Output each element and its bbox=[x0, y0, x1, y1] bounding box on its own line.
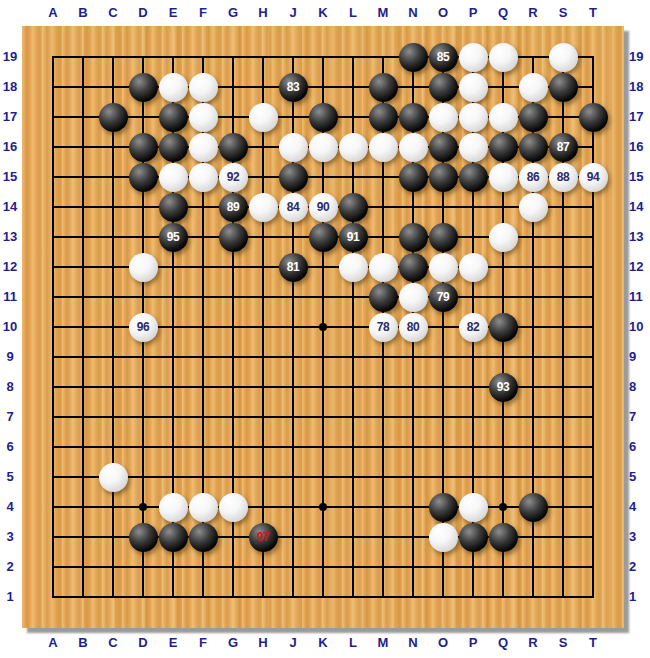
point-G12[interactable] bbox=[218, 252, 248, 282]
point-B11[interactable] bbox=[68, 282, 98, 312]
point-O3[interactable] bbox=[428, 522, 458, 552]
point-N4[interactable] bbox=[398, 492, 428, 522]
point-N9[interactable] bbox=[398, 342, 428, 372]
point-Q18[interactable] bbox=[488, 72, 518, 102]
point-N17[interactable] bbox=[398, 102, 428, 132]
point-C6[interactable] bbox=[98, 432, 128, 462]
point-D3[interactable] bbox=[128, 522, 158, 552]
point-F16[interactable] bbox=[188, 132, 218, 162]
point-B6[interactable] bbox=[68, 432, 98, 462]
point-F5[interactable] bbox=[188, 462, 218, 492]
point-S10[interactable] bbox=[548, 312, 578, 342]
point-P4[interactable] bbox=[458, 492, 488, 522]
point-P15[interactable] bbox=[458, 162, 488, 192]
point-H11[interactable] bbox=[248, 282, 278, 312]
point-R15[interactable]: 86 bbox=[518, 162, 548, 192]
point-M10[interactable]: 78 bbox=[368, 312, 398, 342]
point-Q14[interactable] bbox=[488, 192, 518, 222]
point-S9[interactable] bbox=[548, 342, 578, 372]
point-L11[interactable] bbox=[338, 282, 368, 312]
point-F2[interactable] bbox=[188, 552, 218, 582]
point-G5[interactable] bbox=[218, 462, 248, 492]
point-E13[interactable]: 95 bbox=[158, 222, 188, 252]
point-K14[interactable]: 90 bbox=[308, 192, 338, 222]
point-L12[interactable] bbox=[338, 252, 368, 282]
point-R14[interactable] bbox=[518, 192, 548, 222]
point-K3[interactable] bbox=[308, 522, 338, 552]
point-G6[interactable] bbox=[218, 432, 248, 462]
point-K2[interactable] bbox=[308, 552, 338, 582]
point-J9[interactable] bbox=[278, 342, 308, 372]
point-S11[interactable] bbox=[548, 282, 578, 312]
point-T14[interactable] bbox=[578, 192, 608, 222]
point-A17[interactable] bbox=[38, 102, 68, 132]
point-E6[interactable] bbox=[158, 432, 188, 462]
point-Q3[interactable] bbox=[488, 522, 518, 552]
point-C10[interactable] bbox=[98, 312, 128, 342]
point-D12[interactable] bbox=[128, 252, 158, 282]
point-C1[interactable] bbox=[98, 582, 128, 612]
point-L3[interactable] bbox=[338, 522, 368, 552]
point-A18[interactable] bbox=[38, 72, 68, 102]
point-H7[interactable] bbox=[248, 402, 278, 432]
point-M7[interactable] bbox=[368, 402, 398, 432]
point-R8[interactable] bbox=[518, 372, 548, 402]
point-E10[interactable] bbox=[158, 312, 188, 342]
point-L13[interactable]: 91 bbox=[338, 222, 368, 252]
point-E14[interactable] bbox=[158, 192, 188, 222]
point-O10[interactable] bbox=[428, 312, 458, 342]
point-N8[interactable] bbox=[398, 372, 428, 402]
point-E12[interactable] bbox=[158, 252, 188, 282]
point-L6[interactable] bbox=[338, 432, 368, 462]
point-R11[interactable] bbox=[518, 282, 548, 312]
point-D14[interactable] bbox=[128, 192, 158, 222]
point-T11[interactable] bbox=[578, 282, 608, 312]
point-T1[interactable] bbox=[578, 582, 608, 612]
point-L17[interactable] bbox=[338, 102, 368, 132]
point-K7[interactable] bbox=[308, 402, 338, 432]
point-L5[interactable] bbox=[338, 462, 368, 492]
point-O19[interactable]: 85 bbox=[428, 42, 458, 72]
point-R13[interactable] bbox=[518, 222, 548, 252]
point-D17[interactable] bbox=[128, 102, 158, 132]
point-B13[interactable] bbox=[68, 222, 98, 252]
point-N5[interactable] bbox=[398, 462, 428, 492]
point-A11[interactable] bbox=[38, 282, 68, 312]
point-J7[interactable] bbox=[278, 402, 308, 432]
point-C15[interactable] bbox=[98, 162, 128, 192]
point-P19[interactable] bbox=[458, 42, 488, 72]
point-K8[interactable] bbox=[308, 372, 338, 402]
point-L2[interactable] bbox=[338, 552, 368, 582]
point-F6[interactable] bbox=[188, 432, 218, 462]
point-O8[interactable] bbox=[428, 372, 458, 402]
point-D15[interactable] bbox=[128, 162, 158, 192]
point-Q9[interactable] bbox=[488, 342, 518, 372]
point-M11[interactable] bbox=[368, 282, 398, 312]
point-K18[interactable] bbox=[308, 72, 338, 102]
point-S3[interactable] bbox=[548, 522, 578, 552]
point-T18[interactable] bbox=[578, 72, 608, 102]
point-Q10[interactable] bbox=[488, 312, 518, 342]
point-N18[interactable] bbox=[398, 72, 428, 102]
point-T13[interactable] bbox=[578, 222, 608, 252]
point-A14[interactable] bbox=[38, 192, 68, 222]
point-B17[interactable] bbox=[68, 102, 98, 132]
point-B10[interactable] bbox=[68, 312, 98, 342]
point-N14[interactable] bbox=[398, 192, 428, 222]
point-D9[interactable] bbox=[128, 342, 158, 372]
point-A5[interactable] bbox=[38, 462, 68, 492]
point-G2[interactable] bbox=[218, 552, 248, 582]
point-N10[interactable]: 80 bbox=[398, 312, 428, 342]
point-P13[interactable] bbox=[458, 222, 488, 252]
point-J2[interactable] bbox=[278, 552, 308, 582]
point-O12[interactable] bbox=[428, 252, 458, 282]
point-J10[interactable] bbox=[278, 312, 308, 342]
point-Q8[interactable]: 93 bbox=[488, 372, 518, 402]
point-A6[interactable] bbox=[38, 432, 68, 462]
point-E11[interactable] bbox=[158, 282, 188, 312]
point-L18[interactable] bbox=[338, 72, 368, 102]
point-Q15[interactable] bbox=[488, 162, 518, 192]
point-F8[interactable] bbox=[188, 372, 218, 402]
point-F11[interactable] bbox=[188, 282, 218, 312]
point-S18[interactable] bbox=[548, 72, 578, 102]
point-S8[interactable] bbox=[548, 372, 578, 402]
point-S4[interactable] bbox=[548, 492, 578, 522]
point-K15[interactable] bbox=[308, 162, 338, 192]
point-L9[interactable] bbox=[338, 342, 368, 372]
point-O16[interactable] bbox=[428, 132, 458, 162]
point-J12[interactable]: 81 bbox=[278, 252, 308, 282]
point-E19[interactable] bbox=[158, 42, 188, 72]
point-M3[interactable] bbox=[368, 522, 398, 552]
point-P14[interactable] bbox=[458, 192, 488, 222]
point-R10[interactable] bbox=[518, 312, 548, 342]
point-G3[interactable] bbox=[218, 522, 248, 552]
point-M13[interactable] bbox=[368, 222, 398, 252]
point-N1[interactable] bbox=[398, 582, 428, 612]
point-E9[interactable] bbox=[158, 342, 188, 372]
point-M5[interactable] bbox=[368, 462, 398, 492]
point-L8[interactable] bbox=[338, 372, 368, 402]
point-B7[interactable] bbox=[68, 402, 98, 432]
point-C19[interactable] bbox=[98, 42, 128, 72]
point-G17[interactable] bbox=[218, 102, 248, 132]
point-D2[interactable] bbox=[128, 552, 158, 582]
point-C2[interactable] bbox=[98, 552, 128, 582]
point-M17[interactable] bbox=[368, 102, 398, 132]
point-H9[interactable] bbox=[248, 342, 278, 372]
point-H2[interactable] bbox=[248, 552, 278, 582]
point-E17[interactable] bbox=[158, 102, 188, 132]
point-C5[interactable] bbox=[98, 462, 128, 492]
point-K9[interactable] bbox=[308, 342, 338, 372]
point-P9[interactable] bbox=[458, 342, 488, 372]
point-P8[interactable] bbox=[458, 372, 488, 402]
point-J8[interactable] bbox=[278, 372, 308, 402]
point-N11[interactable] bbox=[398, 282, 428, 312]
point-F3[interactable] bbox=[188, 522, 218, 552]
point-O15[interactable] bbox=[428, 162, 458, 192]
point-L10[interactable] bbox=[338, 312, 368, 342]
point-N19[interactable] bbox=[398, 42, 428, 72]
point-F17[interactable] bbox=[188, 102, 218, 132]
point-S12[interactable] bbox=[548, 252, 578, 282]
point-N12[interactable] bbox=[398, 252, 428, 282]
point-E15[interactable] bbox=[158, 162, 188, 192]
point-C16[interactable] bbox=[98, 132, 128, 162]
point-D19[interactable] bbox=[128, 42, 158, 72]
point-H17[interactable] bbox=[248, 102, 278, 132]
point-J5[interactable] bbox=[278, 462, 308, 492]
point-H13[interactable] bbox=[248, 222, 278, 252]
point-A12[interactable] bbox=[38, 252, 68, 282]
point-A7[interactable] bbox=[38, 402, 68, 432]
point-S19[interactable] bbox=[548, 42, 578, 72]
point-C17[interactable] bbox=[98, 102, 128, 132]
point-B19[interactable] bbox=[68, 42, 98, 72]
point-T16[interactable] bbox=[578, 132, 608, 162]
point-L14[interactable] bbox=[338, 192, 368, 222]
point-G7[interactable] bbox=[218, 402, 248, 432]
point-D7[interactable] bbox=[128, 402, 158, 432]
point-C18[interactable] bbox=[98, 72, 128, 102]
point-K1[interactable] bbox=[308, 582, 338, 612]
point-T6[interactable] bbox=[578, 432, 608, 462]
point-S17[interactable] bbox=[548, 102, 578, 132]
point-G18[interactable] bbox=[218, 72, 248, 102]
point-R16[interactable] bbox=[518, 132, 548, 162]
point-F15[interactable] bbox=[188, 162, 218, 192]
point-K5[interactable] bbox=[308, 462, 338, 492]
point-K10[interactable] bbox=[308, 312, 338, 342]
point-B9[interactable] bbox=[68, 342, 98, 372]
point-R3[interactable] bbox=[518, 522, 548, 552]
point-L4[interactable] bbox=[338, 492, 368, 522]
point-D16[interactable] bbox=[128, 132, 158, 162]
point-D11[interactable] bbox=[128, 282, 158, 312]
point-A10[interactable] bbox=[38, 312, 68, 342]
point-B8[interactable] bbox=[68, 372, 98, 402]
point-J14[interactable]: 84 bbox=[278, 192, 308, 222]
point-M6[interactable] bbox=[368, 432, 398, 462]
point-K17[interactable] bbox=[308, 102, 338, 132]
point-P1[interactable] bbox=[458, 582, 488, 612]
point-M14[interactable] bbox=[368, 192, 398, 222]
point-G14[interactable]: 89 bbox=[218, 192, 248, 222]
point-B2[interactable] bbox=[68, 552, 98, 582]
point-M19[interactable] bbox=[368, 42, 398, 72]
point-G10[interactable] bbox=[218, 312, 248, 342]
point-Q7[interactable] bbox=[488, 402, 518, 432]
point-A8[interactable] bbox=[38, 372, 68, 402]
point-Q12[interactable] bbox=[488, 252, 518, 282]
point-S5[interactable] bbox=[548, 462, 578, 492]
point-T15[interactable]: 94 bbox=[578, 162, 608, 192]
point-N6[interactable] bbox=[398, 432, 428, 462]
point-H5[interactable] bbox=[248, 462, 278, 492]
point-R12[interactable] bbox=[518, 252, 548, 282]
point-G1[interactable] bbox=[218, 582, 248, 612]
point-E3[interactable] bbox=[158, 522, 188, 552]
point-G13[interactable] bbox=[218, 222, 248, 252]
point-P17[interactable] bbox=[458, 102, 488, 132]
point-Q19[interactable] bbox=[488, 42, 518, 72]
point-P6[interactable] bbox=[458, 432, 488, 462]
point-L15[interactable] bbox=[338, 162, 368, 192]
point-Q1[interactable] bbox=[488, 582, 518, 612]
point-H19[interactable] bbox=[248, 42, 278, 72]
point-R4[interactable] bbox=[518, 492, 548, 522]
point-Q4[interactable] bbox=[488, 492, 518, 522]
point-T19[interactable] bbox=[578, 42, 608, 72]
point-F7[interactable] bbox=[188, 402, 218, 432]
point-B14[interactable] bbox=[68, 192, 98, 222]
point-N13[interactable] bbox=[398, 222, 428, 252]
point-C3[interactable] bbox=[98, 522, 128, 552]
point-O13[interactable] bbox=[428, 222, 458, 252]
point-B15[interactable] bbox=[68, 162, 98, 192]
point-S6[interactable] bbox=[548, 432, 578, 462]
point-Q2[interactable] bbox=[488, 552, 518, 582]
point-Q13[interactable] bbox=[488, 222, 518, 252]
point-A15[interactable] bbox=[38, 162, 68, 192]
point-J19[interactable] bbox=[278, 42, 308, 72]
point-F9[interactable] bbox=[188, 342, 218, 372]
point-O2[interactable] bbox=[428, 552, 458, 582]
point-S15[interactable]: 88 bbox=[548, 162, 578, 192]
point-J18[interactable]: 83 bbox=[278, 72, 308, 102]
point-M8[interactable] bbox=[368, 372, 398, 402]
point-K16[interactable] bbox=[308, 132, 338, 162]
point-R17[interactable] bbox=[518, 102, 548, 132]
point-O11[interactable]: 79 bbox=[428, 282, 458, 312]
point-P2[interactable] bbox=[458, 552, 488, 582]
point-A1[interactable] bbox=[38, 582, 68, 612]
point-F18[interactable] bbox=[188, 72, 218, 102]
point-C12[interactable] bbox=[98, 252, 128, 282]
point-F12[interactable] bbox=[188, 252, 218, 282]
point-S14[interactable] bbox=[548, 192, 578, 222]
point-D5[interactable] bbox=[128, 462, 158, 492]
point-H8[interactable] bbox=[248, 372, 278, 402]
point-K19[interactable] bbox=[308, 42, 338, 72]
point-K11[interactable] bbox=[308, 282, 338, 312]
point-E18[interactable] bbox=[158, 72, 188, 102]
point-K13[interactable] bbox=[308, 222, 338, 252]
point-J3[interactable] bbox=[278, 522, 308, 552]
point-H14[interactable] bbox=[248, 192, 278, 222]
point-S7[interactable] bbox=[548, 402, 578, 432]
point-N2[interactable] bbox=[398, 552, 428, 582]
point-S13[interactable] bbox=[548, 222, 578, 252]
point-M12[interactable] bbox=[368, 252, 398, 282]
point-Q17[interactable] bbox=[488, 102, 518, 132]
point-M2[interactable] bbox=[368, 552, 398, 582]
point-S2[interactable] bbox=[548, 552, 578, 582]
point-M4[interactable] bbox=[368, 492, 398, 522]
point-R2[interactable] bbox=[518, 552, 548, 582]
point-R7[interactable] bbox=[518, 402, 548, 432]
point-Q5[interactable] bbox=[488, 462, 518, 492]
point-O9[interactable] bbox=[428, 342, 458, 372]
point-J13[interactable] bbox=[278, 222, 308, 252]
point-R5[interactable] bbox=[518, 462, 548, 492]
point-N7[interactable] bbox=[398, 402, 428, 432]
point-D4[interactable] bbox=[128, 492, 158, 522]
point-O18[interactable] bbox=[428, 72, 458, 102]
point-F4[interactable] bbox=[188, 492, 218, 522]
point-T3[interactable] bbox=[578, 522, 608, 552]
point-A4[interactable] bbox=[38, 492, 68, 522]
point-H18[interactable] bbox=[248, 72, 278, 102]
point-B3[interactable] bbox=[68, 522, 98, 552]
point-E8[interactable] bbox=[158, 372, 188, 402]
point-S16[interactable]: 87 bbox=[548, 132, 578, 162]
point-L7[interactable] bbox=[338, 402, 368, 432]
point-N16[interactable] bbox=[398, 132, 428, 162]
point-G19[interactable] bbox=[218, 42, 248, 72]
point-F13[interactable] bbox=[188, 222, 218, 252]
point-H12[interactable] bbox=[248, 252, 278, 282]
point-D8[interactable] bbox=[128, 372, 158, 402]
point-E7[interactable] bbox=[158, 402, 188, 432]
point-C8[interactable] bbox=[98, 372, 128, 402]
point-A3[interactable] bbox=[38, 522, 68, 552]
point-F1[interactable] bbox=[188, 582, 218, 612]
point-P5[interactable] bbox=[458, 462, 488, 492]
point-L1[interactable] bbox=[338, 582, 368, 612]
point-O7[interactable] bbox=[428, 402, 458, 432]
point-T10[interactable] bbox=[578, 312, 608, 342]
point-E4[interactable] bbox=[158, 492, 188, 522]
point-R6[interactable] bbox=[518, 432, 548, 462]
point-E1[interactable] bbox=[158, 582, 188, 612]
point-G4[interactable] bbox=[218, 492, 248, 522]
point-P11[interactable] bbox=[458, 282, 488, 312]
point-P3[interactable] bbox=[458, 522, 488, 552]
point-A2[interactable] bbox=[38, 552, 68, 582]
point-T2[interactable] bbox=[578, 552, 608, 582]
point-T8[interactable] bbox=[578, 372, 608, 402]
point-H10[interactable] bbox=[248, 312, 278, 342]
point-H3[interactable]: 97 bbox=[248, 522, 278, 552]
point-D1[interactable] bbox=[128, 582, 158, 612]
point-M15[interactable] bbox=[368, 162, 398, 192]
point-R18[interactable] bbox=[518, 72, 548, 102]
point-D10[interactable]: 96 bbox=[128, 312, 158, 342]
point-C7[interactable] bbox=[98, 402, 128, 432]
point-P16[interactable] bbox=[458, 132, 488, 162]
point-Q16[interactable] bbox=[488, 132, 518, 162]
point-E2[interactable] bbox=[158, 552, 188, 582]
point-O14[interactable] bbox=[428, 192, 458, 222]
point-J17[interactable] bbox=[278, 102, 308, 132]
point-O6[interactable] bbox=[428, 432, 458, 462]
point-F14[interactable] bbox=[188, 192, 218, 222]
point-Q6[interactable] bbox=[488, 432, 518, 462]
point-G15[interactable]: 92 bbox=[218, 162, 248, 192]
point-B18[interactable] bbox=[68, 72, 98, 102]
point-H1[interactable] bbox=[248, 582, 278, 612]
point-E5[interactable] bbox=[158, 462, 188, 492]
point-O4[interactable] bbox=[428, 492, 458, 522]
point-R9[interactable] bbox=[518, 342, 548, 372]
point-T5[interactable] bbox=[578, 462, 608, 492]
